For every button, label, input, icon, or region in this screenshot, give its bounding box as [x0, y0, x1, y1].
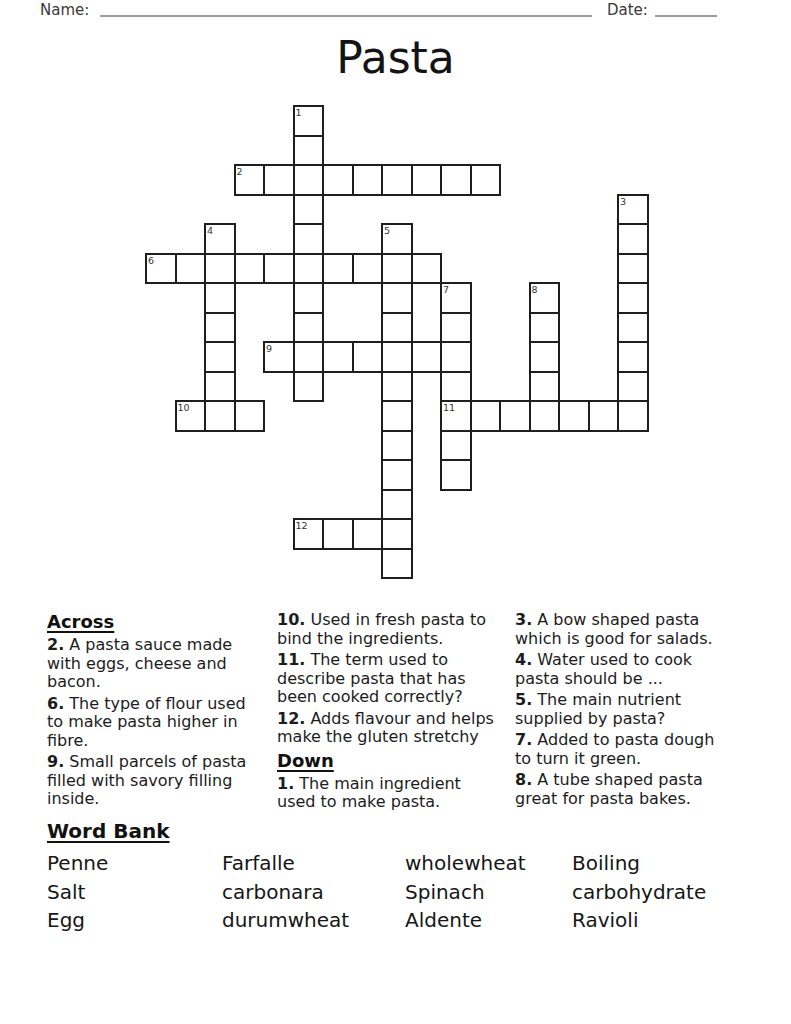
- clue-number: 6: [148, 255, 154, 266]
- down-heading: Down: [277, 750, 494, 771]
- grid-cell[interactable]: [381, 489, 413, 521]
- clue-item: 8. A tube shaped pasta great for pasta b…: [515, 771, 714, 808]
- grid-cell[interactable]: [381, 253, 413, 285]
- clue-item-text: A bow shaped pasta which is good for sal…: [515, 610, 713, 648]
- clue-number: 9: [266, 343, 272, 354]
- word-bank-word: Farfalle: [222, 849, 405, 878]
- grid-cell[interactable]: [293, 135, 325, 167]
- grid-cell[interactable]: 4: [204, 223, 236, 255]
- grid-cell[interactable]: [352, 518, 384, 550]
- clue-item-text: Water used to cook pasta should be ...: [515, 650, 692, 688]
- clue-number: 1: [296, 107, 302, 118]
- grid-cell[interactable]: [381, 459, 413, 491]
- clue-item-text: A tube shaped pasta great for pasta bake…: [515, 770, 703, 808]
- word-bank-word: carbohydrate: [572, 878, 747, 907]
- grid-cell[interactable]: [529, 371, 561, 403]
- clue-number: 3: [620, 196, 626, 207]
- word-bank-word: wholewheat: [405, 849, 572, 878]
- across-heading: Across: [47, 611, 246, 632]
- grid-cell[interactable]: [617, 341, 649, 373]
- grid-cell[interactable]: [234, 400, 266, 432]
- grid-cell[interactable]: 8: [529, 282, 561, 314]
- grid-cell[interactable]: 9: [263, 341, 295, 373]
- clue-item-number: 11.: [277, 650, 305, 669]
- puzzle-title: Pasta: [0, 33, 791, 83]
- clue-item-text: The term used to describe pasta that has…: [277, 650, 466, 706]
- grid-cell[interactable]: [529, 312, 561, 344]
- grid-cell[interactable]: [293, 253, 325, 285]
- grid-cell[interactable]: [529, 341, 561, 373]
- clue-item: 1. The main ingredient used to make past…: [277, 775, 494, 812]
- grid-cell[interactable]: [204, 312, 236, 344]
- grid-cell[interactable]: 12: [293, 518, 325, 550]
- clue-item: 11. The term used to describe pasta that…: [277, 651, 494, 707]
- grid-cell[interactable]: [411, 164, 443, 196]
- date-label: Date:: [607, 1, 648, 19]
- word-bank-word: durumwheat: [222, 906, 405, 935]
- clue-item: 6. The type of flour used to make pasta …: [47, 695, 246, 751]
- clue-number: 7: [443, 284, 449, 295]
- crossword-grid: 123456789101112: [145, 105, 649, 579]
- clue-item-text: Adds flavour and helps make the gluten s…: [277, 709, 494, 747]
- grid-cell[interactable]: [499, 400, 531, 432]
- grid-cell[interactable]: [204, 400, 236, 432]
- clue-item-number: 10.: [277, 610, 305, 629]
- grid-cell[interactable]: [352, 164, 384, 196]
- grid-cell[interactable]: [352, 341, 384, 373]
- clue-item: 12. Adds flavour and helps make the glut…: [277, 710, 494, 747]
- clue-item-number: 4.: [515, 650, 532, 669]
- grid-cell[interactable]: [411, 341, 443, 373]
- clue-item-number: 3.: [515, 610, 532, 629]
- grid-cell[interactable]: [617, 371, 649, 403]
- clue-number: 11: [443, 402, 455, 413]
- grid-cell[interactable]: [617, 312, 649, 344]
- grid-cell[interactable]: [293, 312, 325, 344]
- clue-item-number: 1.: [277, 774, 294, 793]
- grid-cell[interactable]: [440, 341, 472, 373]
- clues-column-down: 3. A bow shaped pasta which is good for …: [515, 611, 714, 811]
- grid-cell[interactable]: [470, 400, 502, 432]
- grid-cell[interactable]: [529, 400, 561, 432]
- grid-cell[interactable]: [381, 371, 413, 403]
- grid-cell[interactable]: [263, 164, 295, 196]
- clue-item-text: A pasta sauce made with eggs, cheese and…: [47, 635, 232, 691]
- grid-cell[interactable]: [381, 164, 413, 196]
- grid-cell[interactable]: [204, 282, 236, 314]
- name-label: Name:: [40, 1, 89, 19]
- word-bank-heading: Word Bank: [47, 820, 747, 842]
- word-bank-word: Aldente: [405, 906, 572, 935]
- clue-item-number: 8.: [515, 770, 532, 789]
- grid-cell[interactable]: [381, 400, 413, 432]
- name-blank-line[interactable]: [100, 15, 592, 17]
- word-bank-word: Ravioli: [572, 906, 747, 935]
- word-bank-word: Spinach: [405, 878, 572, 907]
- grid-cell[interactable]: [352, 253, 384, 285]
- grid-cell[interactable]: [263, 253, 295, 285]
- clue-item: 3. A bow shaped pasta which is good for …: [515, 611, 714, 648]
- grid-cell[interactable]: [204, 341, 236, 373]
- grid-cell[interactable]: [440, 312, 472, 344]
- grid-cell[interactable]: [617, 400, 649, 432]
- grid-cell[interactable]: [440, 371, 472, 403]
- clue-item: 9. Small parcels of pasta filled with sa…: [47, 753, 246, 809]
- clue-item-text: The main nutrient supplied by pasta?: [515, 690, 681, 728]
- grid-cell[interactable]: [293, 223, 325, 255]
- grid-cell[interactable]: [293, 282, 325, 314]
- grid-cell[interactable]: [558, 400, 590, 432]
- grid-cell[interactable]: [381, 312, 413, 344]
- grid-cell[interactable]: 5: [381, 223, 413, 255]
- clue-item-number: 12.: [277, 709, 305, 728]
- grid-cell[interactable]: [204, 253, 236, 285]
- grid-cell[interactable]: [175, 253, 207, 285]
- clue-item: 7. Added to pasta dough to turn it green…: [515, 731, 714, 768]
- clue-item-text: The type of flour used to make pasta hig…: [47, 694, 246, 750]
- clue-number: 2: [237, 166, 243, 177]
- grid-cell[interactable]: 11: [440, 400, 472, 432]
- clue-item: 10. Used in fresh pasta to bind the ingr…: [277, 611, 494, 648]
- word-bank-word: carbonara: [222, 878, 405, 907]
- grid-cell[interactable]: [322, 341, 354, 373]
- word-bank-grid: PenneSaltEggFarfallecarbonaradurumwheatw…: [47, 849, 747, 935]
- grid-cell[interactable]: [440, 430, 472, 462]
- grid-cell[interactable]: [411, 253, 443, 285]
- clue-item-text: Small parcels of pasta filled with savor…: [47, 752, 246, 808]
- clue-number: 4: [207, 225, 213, 236]
- clue-item-text: The main ingredient used to make pasta.: [277, 774, 461, 812]
- clue-item-text: Added to pasta dough to turn it green.: [515, 730, 714, 768]
- clue-item-number: 5.: [515, 690, 532, 709]
- clue-item-number: 9.: [47, 752, 64, 771]
- grid-cell[interactable]: [293, 341, 325, 373]
- grid-cell[interactable]: [381, 282, 413, 314]
- grid-cell[interactable]: [381, 430, 413, 462]
- clues-column-across: Across2. A pasta sauce made with eggs, c…: [47, 611, 246, 812]
- word-bank-word: Boiling: [572, 849, 747, 878]
- grid-cell[interactable]: 6: [145, 253, 177, 285]
- clues-column-middle: 10. Used in fresh pasta to bind the ingr…: [277, 611, 494, 815]
- grid-cell[interactable]: [293, 371, 325, 403]
- grid-cell[interactable]: [617, 223, 649, 255]
- date-blank-line[interactable]: [655, 15, 717, 17]
- word-bank: Word Bank PenneSaltEggFarfallecarbonarad…: [47, 820, 747, 935]
- clue-number: 8: [532, 284, 538, 295]
- grid-cell[interactable]: [440, 459, 472, 491]
- grid-cell[interactable]: 7: [440, 282, 472, 314]
- grid-cell[interactable]: [381, 341, 413, 373]
- worksheet-page: Name: Date: Pasta 123456789101112 Across…: [0, 0, 791, 1024]
- clue-item-number: 7.: [515, 730, 532, 749]
- clue-item-number: 6.: [47, 694, 64, 713]
- word-bank-word: Salt: [47, 878, 222, 907]
- clue-item-number: 2.: [47, 635, 64, 654]
- grid-cell[interactable]: [293, 194, 325, 226]
- clue-number: 12: [296, 520, 308, 531]
- grid-cell[interactable]: 10: [175, 400, 207, 432]
- grid-cell[interactable]: [470, 164, 502, 196]
- grid-cell[interactable]: [234, 253, 266, 285]
- grid-cell[interactable]: 2: [234, 164, 266, 196]
- grid-cell[interactable]: [381, 518, 413, 550]
- grid-cell[interactable]: [440, 164, 472, 196]
- clue-item: 2. A pasta sauce made with eggs, cheese …: [47, 636, 246, 692]
- word-bank-word: Egg: [47, 906, 222, 935]
- grid-cell[interactable]: [322, 518, 354, 550]
- grid-cell[interactable]: [588, 400, 620, 432]
- grid-cell[interactable]: [204, 371, 236, 403]
- grid-cell[interactable]: [322, 253, 354, 285]
- word-bank-word: Penne: [47, 849, 222, 878]
- clue-item-text: Used in fresh pasta to bind the ingredie…: [277, 610, 486, 648]
- clue-item: 5. The main nutrient supplied by pasta?: [515, 691, 714, 728]
- grid-cell[interactable]: [293, 164, 325, 196]
- grid-cell[interactable]: [322, 164, 354, 196]
- clue-number: 10: [178, 402, 190, 413]
- clue-number: 5: [384, 225, 390, 236]
- grid-cell[interactable]: [617, 282, 649, 314]
- grid-cell[interactable]: [617, 253, 649, 285]
- clue-item: 4. Water used to cook pasta should be ..…: [515, 651, 714, 688]
- grid-cell[interactable]: [381, 548, 413, 580]
- grid-cell[interactable]: 3: [617, 194, 649, 226]
- grid-cell[interactable]: 1: [293, 105, 325, 137]
